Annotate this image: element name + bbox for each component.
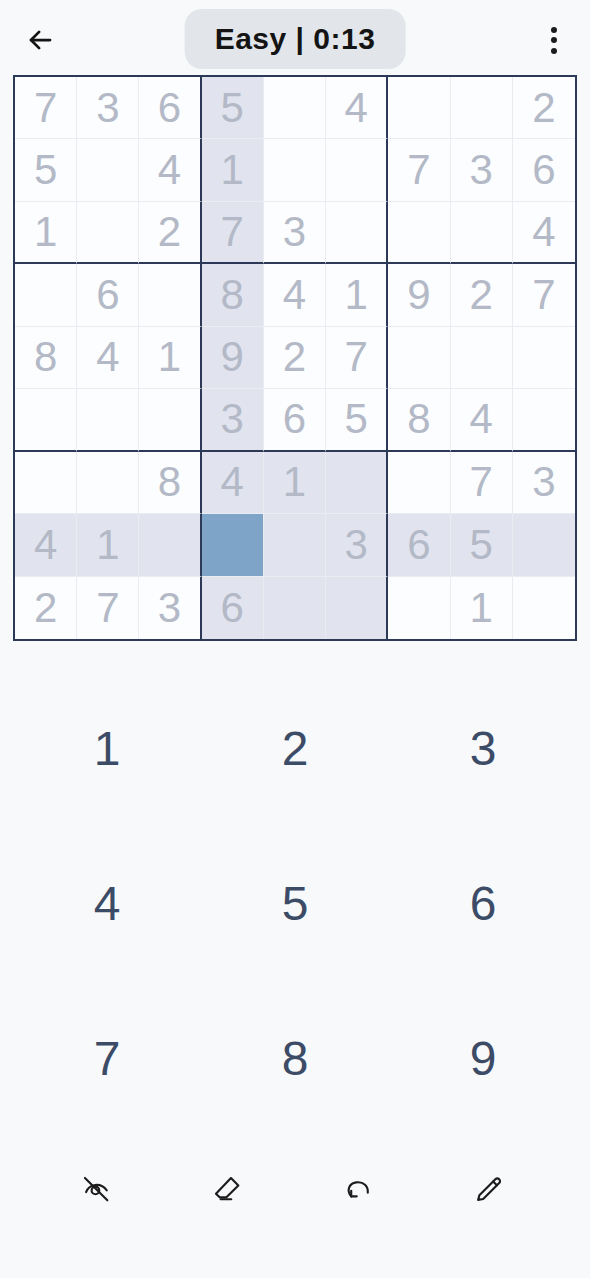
cell-r1c7[interactable] (388, 77, 450, 139)
cell-r2c9[interactable]: 6 (513, 139, 575, 201)
cell-r1c6[interactable]: 4 (326, 77, 388, 139)
numpad-6[interactable]: 6 (389, 826, 577, 981)
cell-r7c3[interactable]: 8 (139, 452, 201, 514)
cell-r4c7[interactable]: 9 (388, 264, 450, 326)
cell-r4c6[interactable]: 1 (326, 264, 388, 326)
cell-r8c8[interactable]: 5 (451, 514, 513, 576)
cell-r3c9[interactable]: 4 (513, 202, 575, 264)
cell-r9c1[interactable]: 2 (15, 577, 77, 639)
cell-r6c3[interactable] (139, 389, 201, 451)
cell-r9c3[interactable]: 3 (139, 577, 201, 639)
cell-r7c9[interactable]: 3 (513, 452, 575, 514)
hide-pencil-marks-icon (79, 1172, 113, 1206)
cell-r3c7[interactable] (388, 202, 450, 264)
cell-r6c8[interactable]: 4 (451, 389, 513, 451)
toolbar (0, 1158, 590, 1220)
numpad-3[interactable]: 3 (389, 671, 577, 826)
cell-r2c3[interactable]: 4 (139, 139, 201, 201)
cell-r1c8[interactable] (451, 77, 513, 139)
cell-r3c6[interactable] (326, 202, 388, 264)
pencil-icon (472, 1172, 506, 1206)
cell-r6c5[interactable]: 6 (264, 389, 326, 451)
cell-r2c5[interactable] (264, 139, 326, 201)
eraser-icon (210, 1172, 244, 1206)
cell-r7c2[interactable] (77, 452, 139, 514)
cell-r5c8[interactable] (451, 327, 513, 389)
cell-r5c1[interactable]: 8 (15, 327, 77, 389)
cell-r6c1[interactable] (15, 389, 77, 451)
number-pad: 123456789 (13, 671, 577, 1136)
cell-r9c2[interactable]: 7 (77, 577, 139, 639)
cell-r1c3[interactable]: 6 (139, 77, 201, 139)
back-button[interactable] (22, 22, 58, 58)
cell-r7c1[interactable] (15, 452, 77, 514)
cell-r5c6[interactable]: 7 (326, 327, 388, 389)
hide-pencil-marks-button[interactable] (78, 1171, 114, 1207)
cell-r9c4[interactable]: 6 (202, 577, 264, 639)
cell-r8c4[interactable] (202, 514, 264, 576)
cell-r3c8[interactable] (451, 202, 513, 264)
cell-r6c2[interactable] (77, 389, 139, 451)
sudoku-board: 7365425417361273468419278419273658484173… (13, 75, 577, 641)
cell-r2c4[interactable]: 1 (202, 139, 264, 201)
cell-r2c6[interactable] (326, 139, 388, 201)
cell-r8c6[interactable]: 3 (326, 514, 388, 576)
cell-r3c5[interactable]: 3 (264, 202, 326, 264)
kebab-menu-icon (551, 22, 557, 58)
cell-r1c1[interactable]: 7 (15, 77, 77, 139)
cell-r5c4[interactable]: 9 (202, 327, 264, 389)
cell-r8c3[interactable] (139, 514, 201, 576)
cell-r1c9[interactable]: 2 (513, 77, 575, 139)
numpad-7[interactable]: 7 (13, 981, 201, 1136)
menu-button[interactable] (534, 20, 574, 60)
cell-r2c1[interactable]: 5 (15, 139, 77, 201)
cell-r9c8[interactable]: 1 (451, 577, 513, 639)
cell-r7c8[interactable]: 7 (451, 452, 513, 514)
cell-r4c9[interactable]: 7 (513, 264, 575, 326)
undo-icon (341, 1172, 375, 1206)
cell-r5c2[interactable]: 4 (77, 327, 139, 389)
pencil-button[interactable] (471, 1171, 507, 1207)
numpad-9[interactable]: 9 (389, 981, 577, 1136)
arrow-left-icon (25, 25, 55, 55)
cell-r8c5[interactable] (264, 514, 326, 576)
cell-r9c9[interactable] (513, 577, 575, 639)
numpad-5[interactable]: 5 (201, 826, 389, 981)
cell-r9c6[interactable] (326, 577, 388, 639)
cell-r9c7[interactable] (388, 577, 450, 639)
numpad-4[interactable]: 4 (13, 826, 201, 981)
cell-r3c1[interactable]: 1 (15, 202, 77, 264)
cell-r2c2[interactable] (77, 139, 139, 201)
cell-r6c9[interactable] (513, 389, 575, 451)
cell-r6c6[interactable]: 5 (326, 389, 388, 451)
cell-r5c9[interactable] (513, 327, 575, 389)
cell-r3c2[interactable] (77, 202, 139, 264)
cell-r3c3[interactable]: 2 (139, 202, 201, 264)
cell-r9c5[interactable] (264, 577, 326, 639)
status-pill: Easy | 0:13 (185, 9, 406, 69)
numpad-2[interactable]: 2 (201, 671, 389, 826)
cell-r6c4[interactable]: 3 (202, 389, 264, 451)
cell-r6c7[interactable]: 8 (388, 389, 450, 451)
undo-button[interactable] (340, 1171, 376, 1207)
cell-r3c4[interactable]: 7 (202, 202, 264, 264)
cell-r2c7[interactable]: 7 (388, 139, 450, 201)
cell-r7c6[interactable] (326, 452, 388, 514)
cell-r1c2[interactable]: 3 (77, 77, 139, 139)
cell-r2c8[interactable]: 3 (451, 139, 513, 201)
cell-r4c1[interactable] (15, 264, 77, 326)
cell-r5c5[interactable]: 2 (264, 327, 326, 389)
sudoku-app-screen: Easy | 0:13 7365425417361273468419278419… (0, 0, 590, 1278)
cell-r1c4[interactable]: 5 (202, 77, 264, 139)
cell-r4c3[interactable] (139, 264, 201, 326)
cell-r8c9[interactable] (513, 514, 575, 576)
cell-r8c7[interactable]: 6 (388, 514, 450, 576)
cell-r7c5[interactable]: 1 (264, 452, 326, 514)
cell-r1c5[interactable] (264, 77, 326, 139)
cell-r4c2[interactable]: 6 (77, 264, 139, 326)
eraser-button[interactable] (209, 1171, 245, 1207)
cell-r7c7[interactable] (388, 452, 450, 514)
numpad-1[interactable]: 1 (13, 671, 201, 826)
difficulty-timer-label: Easy | 0:13 (215, 22, 376, 56)
cell-r8c2[interactable]: 1 (77, 514, 139, 576)
cell-r4c8[interactable]: 2 (451, 264, 513, 326)
cell-r7c4[interactable]: 4 (202, 452, 264, 514)
cell-r4c5[interactable]: 4 (264, 264, 326, 326)
numpad-8[interactable]: 8 (201, 981, 389, 1136)
cell-r5c7[interactable] (388, 327, 450, 389)
cell-r8c1[interactable]: 4 (15, 514, 77, 576)
cell-r5c3[interactable]: 1 (139, 327, 201, 389)
cell-r4c4[interactable]: 8 (202, 264, 264, 326)
